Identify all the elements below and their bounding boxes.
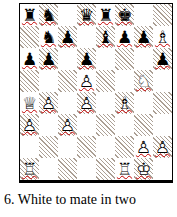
piece-black-bishop: ♝ bbox=[98, 29, 113, 46]
piece-white-bishop: ♝♗ bbox=[155, 29, 170, 46]
square-h5 bbox=[153, 70, 172, 92]
piece-white-bishop: ♝♗ bbox=[117, 95, 132, 112]
square-f6 bbox=[115, 48, 134, 70]
square-f5 bbox=[115, 70, 134, 92]
piece-black-pawn: ♟ bbox=[60, 29, 75, 46]
piece-black-pawn: ♟ bbox=[136, 29, 151, 46]
square-h7: ♝♗ bbox=[153, 26, 172, 48]
square-d5: ♟♙ bbox=[77, 70, 96, 92]
piece-black-pawn: ♟ bbox=[41, 51, 56, 68]
square-a1: ♜♖ bbox=[20, 158, 39, 180]
piece-white-pawn: ♟♙ bbox=[60, 117, 75, 134]
piece-black-pawn: ♟ bbox=[155, 51, 170, 68]
square-b8: ♞ bbox=[39, 4, 58, 26]
square-f4: ♝♗ bbox=[115, 92, 134, 114]
square-d3 bbox=[77, 114, 96, 136]
square-f3 bbox=[115, 114, 134, 136]
piece-white-knight: ♞♘ bbox=[136, 73, 151, 90]
piece-black-king: ♚ bbox=[117, 7, 132, 24]
piece-white-pawn: ♟♙ bbox=[155, 139, 170, 156]
square-g1: ♚♔ bbox=[134, 158, 153, 180]
square-h8 bbox=[153, 4, 172, 26]
square-c2 bbox=[58, 136, 77, 158]
square-h1 bbox=[153, 158, 172, 180]
square-e2 bbox=[96, 136, 115, 158]
square-e7: ♝ bbox=[96, 26, 115, 48]
piece-black-rook: ♜ bbox=[98, 7, 113, 24]
square-b7: ♞ bbox=[39, 26, 58, 48]
square-b2 bbox=[39, 136, 58, 158]
square-g2: ♟♙ bbox=[134, 136, 153, 158]
square-c4 bbox=[58, 92, 77, 114]
square-d7 bbox=[77, 26, 96, 48]
square-f7: ♟ bbox=[115, 26, 134, 48]
square-b5 bbox=[39, 70, 58, 92]
square-c6 bbox=[58, 48, 77, 70]
square-e4 bbox=[96, 92, 115, 114]
square-c3: ♟♙ bbox=[58, 114, 77, 136]
square-b6: ♟ bbox=[39, 48, 58, 70]
square-b1 bbox=[39, 158, 58, 180]
piece-white-pawn: ♟♙ bbox=[41, 95, 56, 112]
square-h3 bbox=[153, 114, 172, 136]
piece-white-pawn: ♟♙ bbox=[79, 95, 94, 112]
square-d6: ♟ bbox=[77, 48, 96, 70]
square-f1: ♜♖ bbox=[115, 158, 134, 180]
square-c1 bbox=[58, 158, 77, 180]
square-a6: ♟ bbox=[20, 48, 39, 70]
square-h2: ♟♙ bbox=[153, 136, 172, 158]
piece-white-queen: ♛♕ bbox=[22, 95, 37, 112]
square-f2 bbox=[115, 136, 134, 158]
square-e3 bbox=[96, 114, 115, 136]
square-a8: ♜ bbox=[20, 4, 39, 26]
piece-white-pawn: ♟♙ bbox=[136, 139, 151, 156]
piece-white-rook: ♜♖ bbox=[117, 161, 132, 178]
square-e1 bbox=[96, 158, 115, 180]
square-c5 bbox=[58, 70, 77, 92]
piece-black-knight: ♞ bbox=[41, 7, 56, 24]
square-b4: ♟♙ bbox=[39, 92, 58, 114]
square-d8: ♛ bbox=[77, 4, 96, 26]
piece-black-pawn: ♟ bbox=[79, 51, 94, 68]
square-a4: ♛♕ bbox=[20, 92, 39, 114]
caption: 6. White to mate in two bbox=[4, 192, 136, 208]
square-d1 bbox=[77, 158, 96, 180]
square-g5: ♞♘ bbox=[134, 70, 153, 92]
piece-black-pawn: ♟ bbox=[117, 29, 132, 46]
square-a7 bbox=[20, 26, 39, 48]
piece-white-pawn: ♟♙ bbox=[22, 117, 37, 134]
piece-white-rook: ♜♖ bbox=[22, 161, 37, 178]
square-d2 bbox=[77, 136, 96, 158]
square-c8 bbox=[58, 4, 77, 26]
square-d4: ♟♙ bbox=[77, 92, 96, 114]
square-h4 bbox=[153, 92, 172, 114]
square-g3 bbox=[134, 114, 153, 136]
piece-white-pawn: ♟♙ bbox=[79, 73, 94, 90]
square-c7: ♟ bbox=[58, 26, 77, 48]
square-a2 bbox=[20, 136, 39, 158]
piece-black-knight: ♞ bbox=[41, 29, 56, 46]
square-g8 bbox=[134, 4, 153, 26]
chess-board: ♜♞♛♜♚♞♟♝♟♟♝♗♟♟♟♟♟♙♞♘♛♕♟♙♟♙♝♗♟♙♟♙♟♙♟♙♜♖♜♖… bbox=[19, 3, 173, 183]
piece-black-pawn: ♟ bbox=[22, 51, 37, 68]
piece-black-queen: ♛ bbox=[79, 7, 94, 24]
square-a3: ♟♙ bbox=[20, 114, 39, 136]
square-g7: ♟ bbox=[134, 26, 153, 48]
square-f8: ♚ bbox=[115, 4, 134, 26]
square-e6 bbox=[96, 48, 115, 70]
square-g6 bbox=[134, 48, 153, 70]
piece-black-rook: ♜ bbox=[22, 7, 37, 24]
square-e5 bbox=[96, 70, 115, 92]
square-g4 bbox=[134, 92, 153, 114]
square-b3 bbox=[39, 114, 58, 136]
square-h6: ♟ bbox=[153, 48, 172, 70]
piece-white-king: ♚♔ bbox=[136, 161, 151, 178]
square-a5 bbox=[20, 70, 39, 92]
square-e8: ♜ bbox=[96, 4, 115, 26]
